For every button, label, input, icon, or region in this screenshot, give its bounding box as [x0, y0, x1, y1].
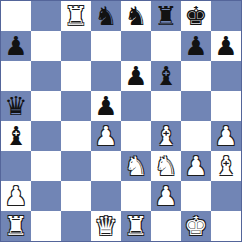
square-f4[interactable]: ♝	[151, 121, 181, 151]
white-queen[interactable]: ♛	[94, 211, 117, 241]
square-a6[interactable]	[1, 61, 31, 91]
black-knight[interactable]: ♞	[94, 1, 117, 31]
square-h3[interactable]: ♝	[211, 151, 241, 181]
white-bishop[interactable]: ♝	[154, 121, 177, 151]
black-pawn[interactable]: ♟	[214, 31, 237, 61]
square-h2[interactable]	[211, 181, 241, 211]
square-g1[interactable]: ♚	[181, 211, 211, 241]
square-d6[interactable]	[91, 61, 121, 91]
square-a8[interactable]	[1, 1, 31, 31]
white-bishop[interactable]: ♝	[214, 151, 237, 181]
square-h7[interactable]: ♟	[211, 31, 241, 61]
square-f8[interactable]: ♜	[151, 1, 181, 31]
square-c7[interactable]	[61, 31, 91, 61]
square-d5[interactable]: ♟	[91, 91, 121, 121]
square-g7[interactable]: ♟	[181, 31, 211, 61]
square-d4[interactable]: ♟	[91, 121, 121, 151]
black-queen[interactable]: ♛	[4, 91, 27, 121]
square-c2[interactable]	[61, 181, 91, 211]
white-rook[interactable]: ♜	[64, 1, 87, 31]
square-e4[interactable]	[121, 121, 151, 151]
square-c5[interactable]	[61, 91, 91, 121]
square-c6[interactable]	[61, 61, 91, 91]
square-g4[interactable]	[181, 121, 211, 151]
square-b8[interactable]	[31, 1, 61, 31]
white-rook[interactable]: ♜	[124, 211, 147, 241]
square-b5[interactable]	[31, 91, 61, 121]
square-a1[interactable]: ♜	[1, 211, 31, 241]
square-e8[interactable]: ♞	[121, 1, 151, 31]
square-c3[interactable]	[61, 151, 91, 181]
square-g5[interactable]	[181, 91, 211, 121]
black-pawn[interactable]: ♟	[184, 31, 207, 61]
square-h6[interactable]	[211, 61, 241, 91]
white-rook[interactable]: ♜	[4, 211, 27, 241]
square-d3[interactable]	[91, 151, 121, 181]
square-f6[interactable]: ♝	[151, 61, 181, 91]
chess-board: ♜♞♞♜♚♟♟♟♟♝♛♟♝♟♝♟♞♞♟♝♟♟♜♛♜♚	[0, 0, 242, 242]
black-knight[interactable]: ♞	[124, 1, 147, 31]
square-b2[interactable]	[31, 181, 61, 211]
square-h4[interactable]: ♟	[211, 121, 241, 151]
square-e1[interactable]: ♜	[121, 211, 151, 241]
square-g8[interactable]: ♚	[181, 1, 211, 31]
square-e7[interactable]	[121, 31, 151, 61]
black-bishop[interactable]: ♝	[4, 121, 27, 151]
square-e2[interactable]	[121, 181, 151, 211]
black-pawn[interactable]: ♟	[94, 91, 117, 121]
square-e5[interactable]	[121, 91, 151, 121]
square-h1[interactable]	[211, 211, 241, 241]
square-b3[interactable]	[31, 151, 61, 181]
white-pawn[interactable]: ♟	[154, 181, 177, 211]
square-b1[interactable]	[31, 211, 61, 241]
square-f2[interactable]: ♟	[151, 181, 181, 211]
square-e3[interactable]: ♞	[121, 151, 151, 181]
white-knight[interactable]: ♞	[124, 151, 147, 181]
square-g2[interactable]	[181, 181, 211, 211]
square-g6[interactable]	[181, 61, 211, 91]
white-king[interactable]: ♚	[184, 211, 207, 241]
square-f1[interactable]	[151, 211, 181, 241]
square-a2[interactable]: ♟	[1, 181, 31, 211]
square-c4[interactable]	[61, 121, 91, 151]
square-d2[interactable]	[91, 181, 121, 211]
white-pawn[interactable]: ♟	[184, 151, 207, 181]
white-knight[interactable]: ♞	[154, 151, 177, 181]
white-pawn[interactable]: ♟	[94, 121, 117, 151]
black-pawn[interactable]: ♟	[124, 61, 147, 91]
square-a4[interactable]: ♝	[1, 121, 31, 151]
square-g3[interactable]: ♟	[181, 151, 211, 181]
square-a5[interactable]: ♛	[1, 91, 31, 121]
square-f3[interactable]: ♞	[151, 151, 181, 181]
square-c1[interactable]	[61, 211, 91, 241]
square-h8[interactable]	[211, 1, 241, 31]
square-f5[interactable]	[151, 91, 181, 121]
square-d1[interactable]: ♛	[91, 211, 121, 241]
square-e6[interactable]: ♟	[121, 61, 151, 91]
white-pawn[interactable]: ♟	[214, 121, 237, 151]
square-a3[interactable]	[1, 151, 31, 181]
black-bishop[interactable]: ♝	[154, 61, 177, 91]
square-f7[interactable]	[151, 31, 181, 61]
black-pawn[interactable]: ♟	[4, 31, 27, 61]
square-b6[interactable]	[31, 61, 61, 91]
square-d8[interactable]: ♞	[91, 1, 121, 31]
square-h5[interactable]	[211, 91, 241, 121]
square-d7[interactable]	[91, 31, 121, 61]
black-rook[interactable]: ♜	[154, 1, 177, 31]
black-king[interactable]: ♚	[184, 1, 207, 31]
square-a7[interactable]: ♟	[1, 31, 31, 61]
square-c8[interactable]: ♜	[61, 1, 91, 31]
square-b4[interactable]	[31, 121, 61, 151]
square-b7[interactable]	[31, 31, 61, 61]
white-pawn[interactable]: ♟	[4, 181, 27, 211]
